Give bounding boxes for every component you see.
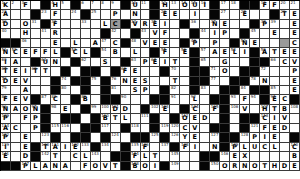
grid-cell[interactable]	[180, 67, 190, 76]
grid-cell[interactable]: P	[111, 10, 121, 19]
grid-cell[interactable]: S	[141, 77, 151, 86]
grid-cell[interactable]	[11, 133, 21, 142]
grid-cell[interactable]	[220, 77, 230, 86]
grid-cell[interactable]: 3F	[21, 1, 31, 10]
grid-cell[interactable]: E	[220, 48, 230, 57]
grid-cell[interactable]	[160, 77, 170, 86]
grid-cell[interactable]	[11, 152, 21, 161]
grid-cell[interactable]: E	[270, 133, 280, 142]
grid-cell[interactable]	[61, 29, 71, 38]
grid-cell[interactable]: 78	[250, 77, 260, 86]
grid-cell[interactable]: 55F	[160, 48, 170, 57]
grid-cell[interactable]	[180, 86, 190, 95]
grid-cell[interactable]	[260, 29, 270, 38]
grid-cell[interactable]: 126	[170, 133, 180, 142]
grid-cell[interactable]	[31, 29, 41, 38]
grid-cell[interactable]: 148B	[131, 162, 141, 171]
grid-cell[interactable]: 121	[250, 124, 260, 133]
grid-cell[interactable]: 59A	[260, 48, 270, 57]
grid-cell[interactable]: 111	[141, 114, 151, 123]
grid-cell[interactable]: C	[11, 124, 21, 133]
grid-cell[interactable]: 95E	[270, 95, 280, 104]
grid-cell[interactable]	[240, 20, 250, 29]
grid-cell[interactable]	[91, 58, 101, 67]
grid-cell[interactable]: N	[51, 58, 61, 67]
grid-cell[interactable]: E	[11, 67, 21, 76]
grid-cell[interactable]: A	[61, 162, 71, 171]
grid-cell[interactable]	[250, 152, 260, 161]
grid-cell[interactable]	[230, 29, 240, 38]
grid-cell[interactable]	[71, 124, 81, 133]
grid-cell[interactable]: V	[141, 39, 151, 48]
grid-cell[interactable]: 26E	[160, 10, 170, 19]
grid-cell[interactable]: E	[270, 29, 280, 38]
grid-cell[interactable]	[101, 152, 111, 161]
grid-cell[interactable]	[51, 67, 61, 76]
grid-cell[interactable]: E	[270, 124, 280, 133]
grid-cell[interactable]	[170, 105, 180, 114]
grid-cell[interactable]	[21, 124, 31, 133]
grid-cell[interactable]: E	[61, 105, 71, 114]
grid-cell[interactable]: 98	[51, 105, 61, 114]
grid-cell[interactable]	[141, 10, 151, 19]
grid-cell[interactable]: 65	[200, 58, 210, 67]
grid-cell[interactable]: E	[290, 29, 300, 38]
grid-cell[interactable]	[81, 39, 91, 48]
grid-cell[interactable]	[71, 105, 81, 114]
grid-cell[interactable]: E	[220, 20, 230, 29]
grid-cell[interactable]: 31	[31, 20, 41, 29]
grid-cell[interactable]	[121, 48, 131, 57]
grid-cell[interactable]	[270, 39, 280, 48]
grid-cell[interactable]: E	[280, 48, 290, 57]
grid-cell[interactable]: 146	[220, 152, 230, 161]
grid-cell[interactable]: P	[31, 124, 41, 133]
grid-cell[interactable]	[280, 67, 290, 76]
grid-cell[interactable]: T	[51, 152, 61, 161]
grid-cell[interactable]: 137	[160, 143, 170, 152]
grid-cell[interactable]	[290, 114, 300, 123]
grid-cell[interactable]: I	[260, 133, 270, 142]
grid-cell[interactable]: 143	[91, 152, 101, 161]
grid-cell[interactable]	[180, 152, 190, 161]
grid-cell[interactable]	[230, 67, 240, 76]
grid-cell[interactable]: V	[150, 29, 160, 38]
grid-cell[interactable]: V	[290, 58, 300, 67]
grid-cell[interactable]: 38P	[260, 20, 270, 29]
grid-cell[interactable]	[141, 95, 151, 104]
grid-cell[interactable]	[180, 10, 190, 19]
grid-cell[interactable]: L	[141, 152, 151, 161]
grid-cell[interactable]: F	[270, 1, 280, 10]
grid-cell[interactable]: 97N	[31, 105, 41, 114]
grid-cell[interactable]: L	[240, 143, 250, 152]
grid-cell[interactable]: 10U	[131, 1, 141, 10]
grid-cell[interactable]	[200, 124, 210, 133]
grid-cell[interactable]: 91	[170, 95, 180, 104]
grid-cell[interactable]: 131A	[51, 143, 61, 152]
crossword-board[interactable]: 1K23F4H5678910U1112H1314O15U16I171819FF2…	[0, 0, 300, 172]
grid-cell[interactable]	[11, 86, 21, 95]
grid-cell[interactable]: E	[131, 77, 141, 86]
grid-cell[interactable]	[190, 162, 200, 171]
grid-cell[interactable]: N	[240, 162, 250, 171]
grid-cell[interactable]: E	[230, 152, 240, 161]
grid-cell[interactable]: 35E	[150, 20, 160, 29]
grid-cell[interactable]: I	[150, 162, 160, 171]
grid-cell[interactable]: V	[21, 77, 31, 86]
grid-cell[interactable]: 70	[170, 67, 180, 76]
grid-cell[interactable]: 37N	[210, 20, 220, 29]
grid-cell[interactable]: 34V	[131, 20, 141, 29]
grid-cell[interactable]: N	[121, 77, 131, 86]
grid-cell[interactable]: E	[131, 67, 141, 76]
grid-cell[interactable]: 4H	[51, 1, 61, 10]
grid-cell[interactable]: E	[290, 162, 300, 171]
grid-cell[interactable]: T	[260, 162, 270, 171]
grid-cell[interactable]: 27	[220, 10, 230, 19]
grid-cell[interactable]: 44	[200, 29, 210, 38]
grid-cell[interactable]	[280, 77, 290, 86]
grid-cell[interactable]	[91, 20, 101, 29]
grid-cell[interactable]: E	[290, 48, 300, 57]
grid-cell[interactable]: 9	[111, 1, 121, 10]
grid-cell[interactable]: I	[190, 143, 200, 152]
grid-cell[interactable]: 90	[121, 95, 131, 104]
grid-cell[interactable]: O	[141, 162, 151, 171]
grid-cell[interactable]: L	[121, 114, 131, 123]
grid-cell[interactable]: E	[21, 143, 31, 152]
grid-cell[interactable]	[11, 20, 21, 29]
grid-cell[interactable]: 141E	[1, 152, 11, 161]
grid-cell[interactable]	[270, 67, 280, 76]
grid-cell[interactable]: I	[160, 58, 170, 67]
grid-cell[interactable]: G	[220, 58, 230, 67]
grid-cell[interactable]: 102	[150, 105, 160, 114]
grid-cell[interactable]: B	[290, 152, 300, 161]
grid-cell[interactable]: 32F	[51, 20, 61, 29]
grid-cell[interactable]	[150, 86, 160, 95]
grid-cell[interactable]: A	[21, 86, 31, 95]
grid-cell[interactable]	[180, 95, 190, 104]
grid-cell[interactable]: I	[160, 20, 170, 29]
grid-cell[interactable]	[131, 105, 141, 114]
grid-cell[interactable]: 149	[170, 162, 180, 171]
grid-cell[interactable]: O	[21, 105, 31, 114]
grid-cell[interactable]: V	[190, 124, 200, 133]
grid-cell[interactable]	[131, 95, 141, 104]
grid-cell[interactable]: 21	[290, 1, 300, 10]
grid-cell[interactable]	[91, 29, 101, 38]
grid-cell[interactable]: E	[170, 10, 180, 19]
grid-cell[interactable]: E	[290, 77, 300, 86]
grid-cell[interactable]	[150, 77, 160, 86]
grid-cell[interactable]: T	[111, 162, 121, 171]
grid-cell[interactable]	[71, 20, 81, 29]
grid-cell[interactable]: E	[290, 10, 300, 19]
grid-cell[interactable]	[61, 58, 71, 67]
grid-cell[interactable]	[141, 124, 151, 133]
grid-cell[interactable]	[71, 67, 81, 76]
grid-cell[interactable]: L	[51, 48, 61, 57]
grid-cell[interactable]: U	[250, 143, 260, 152]
grid-cell[interactable]: 39	[270, 20, 280, 29]
grid-cell[interactable]: D	[121, 105, 131, 114]
grid-cell[interactable]: 69F	[121, 67, 131, 76]
grid-cell[interactable]: C	[280, 58, 290, 67]
grid-cell[interactable]: 56E	[180, 48, 190, 57]
grid-cell[interactable]: 46	[21, 39, 31, 48]
grid-cell[interactable]: I	[240, 48, 250, 57]
grid-cell[interactable]: C	[260, 143, 270, 152]
grid-cell[interactable]: 150	[210, 162, 220, 171]
grid-cell[interactable]: 45	[250, 29, 260, 38]
grid-cell[interactable]: E	[290, 86, 300, 95]
grid-cell[interactable]: F	[81, 162, 91, 171]
grid-cell[interactable]: 115	[51, 124, 61, 133]
grid-cell[interactable]	[71, 29, 81, 38]
grid-cell[interactable]	[230, 10, 240, 19]
grid-cell[interactable]: V	[280, 114, 290, 123]
grid-cell[interactable]: 132E	[71, 143, 81, 152]
grid-cell[interactable]: V	[240, 105, 250, 114]
grid-cell[interactable]: 108	[290, 105, 300, 114]
grid-cell[interactable]: 106	[230, 105, 240, 114]
grid-cell[interactable]: E	[250, 39, 260, 48]
grid-cell[interactable]: P	[31, 114, 41, 123]
grid-cell[interactable]: 53C	[71, 48, 81, 57]
grid-cell[interactable]: D	[280, 124, 290, 133]
grid-cell[interactable]: E	[290, 20, 300, 29]
grid-cell[interactable]: 128	[240, 133, 250, 142]
grid-cell[interactable]: 139P	[230, 143, 240, 152]
grid-cell[interactable]: S	[101, 58, 111, 67]
grid-cell[interactable]: 43	[141, 29, 151, 38]
grid-cell[interactable]: A	[11, 105, 21, 114]
grid-cell[interactable]	[31, 39, 41, 48]
grid-cell[interactable]: 84	[240, 86, 250, 95]
grid-cell[interactable]: 62	[81, 58, 91, 67]
grid-cell[interactable]: L	[270, 143, 280, 152]
grid-cell[interactable]: 124	[111, 133, 121, 142]
grid-cell[interactable]	[170, 29, 180, 38]
grid-cell[interactable]: 63	[131, 58, 141, 67]
grid-cell[interactable]: 138F	[180, 143, 190, 152]
grid-cell[interactable]: 117	[101, 124, 111, 133]
grid-cell[interactable]: F	[31, 48, 41, 57]
grid-cell[interactable]: P	[210, 39, 220, 48]
grid-cell[interactable]: O	[220, 67, 230, 76]
grid-cell[interactable]: 42	[111, 29, 121, 38]
grid-cell[interactable]: 15U	[190, 1, 200, 10]
grid-cell[interactable]: X	[240, 152, 250, 161]
grid-cell[interactable]	[180, 29, 190, 38]
grid-cell[interactable]	[230, 20, 240, 29]
grid-cell[interactable]: E	[190, 133, 200, 142]
grid-cell[interactable]: 29T	[280, 10, 290, 19]
grid-cell[interactable]: 28E	[240, 10, 250, 19]
grid-cell[interactable]: 104C	[190, 105, 200, 114]
grid-cell[interactable]: 18	[230, 1, 240, 10]
grid-cell[interactable]	[230, 124, 240, 133]
grid-cell[interactable]: T	[270, 105, 280, 114]
grid-cell[interactable]	[61, 10, 71, 19]
grid-cell[interactable]: 77	[210, 77, 220, 86]
grid-cell[interactable]: L	[81, 152, 91, 161]
grid-cell[interactable]: 118	[131, 124, 141, 133]
grid-cell[interactable]	[31, 86, 41, 95]
grid-cell[interactable]: P	[250, 133, 260, 142]
grid-cell[interactable]	[121, 29, 131, 38]
grid-cell[interactable]	[280, 39, 290, 48]
grid-cell[interactable]: 13	[170, 1, 180, 10]
grid-cell[interactable]	[81, 29, 91, 38]
grid-cell[interactable]	[280, 20, 290, 29]
grid-cell[interactable]	[111, 143, 121, 152]
grid-cell[interactable]: 66	[270, 58, 280, 67]
grid-cell[interactable]: C	[280, 95, 290, 104]
grid-cell[interactable]: 116	[61, 124, 71, 133]
grid-cell[interactable]: A	[91, 39, 101, 48]
grid-cell[interactable]	[250, 10, 260, 19]
grid-cell[interactable]: O	[220, 162, 230, 171]
grid-cell[interactable]: O	[91, 162, 101, 171]
grid-cell[interactable]	[270, 152, 280, 161]
grid-cell[interactable]: 49P	[190, 39, 200, 48]
grid-cell[interactable]: 16I	[200, 1, 210, 10]
grid-cell[interactable]	[31, 77, 41, 86]
grid-cell[interactable]	[121, 133, 131, 142]
grid-cell[interactable]	[61, 133, 71, 142]
grid-cell[interactable]: E	[51, 39, 61, 48]
grid-cell[interactable]	[200, 10, 210, 19]
grid-cell[interactable]: 68T	[31, 67, 41, 76]
grid-cell[interactable]: 41	[41, 29, 51, 38]
grid-cell[interactable]: 19F	[260, 1, 270, 10]
grid-cell[interactable]: I	[21, 67, 31, 76]
grid-cell[interactable]: 113C	[260, 114, 270, 123]
grid-cell[interactable]	[31, 1, 41, 10]
grid-cell[interactable]: N	[210, 143, 220, 152]
grid-cell[interactable]	[61, 152, 71, 161]
grid-cell[interactable]: 61U	[41, 58, 51, 67]
grid-cell[interactable]: 8	[101, 1, 111, 10]
grid-cell[interactable]: N	[51, 162, 61, 171]
grid-cell[interactable]	[210, 114, 220, 123]
grid-cell[interactable]: E	[21, 133, 31, 142]
grid-cell[interactable]	[11, 10, 21, 19]
grid-cell[interactable]	[61, 39, 71, 48]
grid-cell[interactable]: A	[11, 58, 21, 67]
grid-cell[interactable]	[150, 143, 160, 152]
grid-cell[interactable]	[170, 48, 180, 57]
grid-cell[interactable]	[170, 20, 180, 29]
grid-cell[interactable]	[230, 58, 240, 67]
grid-cell[interactable]: 112O	[180, 114, 190, 123]
grid-cell[interactable]: L	[101, 20, 111, 29]
grid-cell[interactable]: O	[21, 20, 31, 29]
grid-cell[interactable]: E	[21, 48, 31, 57]
grid-cell[interactable]: 147P	[21, 162, 31, 171]
grid-cell[interactable]: N	[260, 77, 270, 86]
grid-cell[interactable]: 83	[200, 86, 210, 95]
grid-cell[interactable]	[111, 58, 121, 67]
grid-cell[interactable]: 50N	[240, 39, 250, 48]
grid-cell[interactable]: 6	[81, 1, 91, 10]
grid-cell[interactable]: 64E	[150, 58, 160, 67]
grid-cell[interactable]	[230, 114, 240, 123]
grid-cell[interactable]	[200, 95, 210, 104]
grid-cell[interactable]	[280, 29, 290, 38]
grid-cell[interactable]: 40	[1, 29, 11, 38]
grid-cell[interactable]: T	[150, 152, 160, 161]
grid-cell[interactable]: 103E	[160, 105, 170, 114]
grid-cell[interactable]: P	[290, 67, 300, 76]
grid-cell[interactable]: 54	[101, 48, 111, 57]
grid-cell[interactable]	[260, 152, 270, 161]
grid-cell[interactable]	[280, 133, 290, 142]
grid-cell[interactable]: D	[200, 114, 210, 123]
grid-cell[interactable]: F	[21, 114, 31, 123]
grid-cell[interactable]	[31, 133, 41, 142]
grid-cell[interactable]: 5	[61, 1, 71, 10]
grid-cell[interactable]: C	[180, 124, 190, 133]
grid-cell[interactable]	[200, 143, 210, 152]
grid-cell[interactable]	[101, 10, 111, 19]
grid-cell[interactable]: C	[111, 39, 121, 48]
grid-cell[interactable]: F	[260, 124, 270, 133]
grid-cell[interactable]	[180, 77, 190, 86]
grid-cell[interactable]: 25	[91, 10, 101, 19]
grid-cell[interactable]	[180, 58, 190, 67]
grid-cell[interactable]: 140C	[290, 143, 300, 152]
grid-cell[interactable]: 99	[91, 105, 101, 114]
grid-cell[interactable]: 101D	[111, 105, 121, 114]
grid-cell[interactable]: 80	[61, 86, 71, 95]
grid-cell[interactable]: D	[280, 162, 290, 171]
grid-cell[interactable]	[21, 10, 31, 19]
grid-cell[interactable]	[220, 39, 230, 48]
grid-cell[interactable]: F	[240, 95, 250, 104]
grid-cell[interactable]: 134	[101, 143, 111, 152]
grid-cell[interactable]	[71, 86, 81, 95]
grid-cell[interactable]: B	[111, 48, 121, 57]
grid-cell[interactable]	[41, 39, 51, 48]
grid-cell[interactable]: E	[11, 77, 21, 86]
grid-cell[interactable]: 89B	[81, 95, 91, 104]
grid-cell[interactable]	[81, 114, 91, 123]
grid-cell[interactable]: 75	[91, 77, 101, 86]
grid-cell[interactable]: H	[270, 162, 280, 171]
grid-cell[interactable]: 11	[141, 1, 151, 10]
grid-cell[interactable]: 125	[150, 133, 160, 142]
grid-cell[interactable]: 36	[190, 20, 200, 29]
grid-cell[interactable]: 72	[260, 67, 270, 76]
grid-cell[interactable]: T	[41, 67, 51, 76]
grid-cell[interactable]: C	[290, 39, 300, 48]
grid-cell[interactable]: 58L	[230, 48, 240, 57]
grid-cell[interactable]: T	[111, 114, 121, 123]
grid-cell[interactable]: 87	[41, 95, 51, 104]
grid-cell[interactable]	[121, 10, 131, 19]
grid-cell[interactable]: E	[190, 114, 200, 123]
grid-cell[interactable]	[290, 124, 300, 133]
grid-cell[interactable]: 133	[81, 143, 91, 152]
grid-cell[interactable]	[210, 86, 220, 95]
grid-cell[interactable]: S	[131, 86, 141, 95]
grid-cell[interactable]: L	[31, 162, 41, 171]
grid-cell[interactable]	[280, 86, 290, 95]
